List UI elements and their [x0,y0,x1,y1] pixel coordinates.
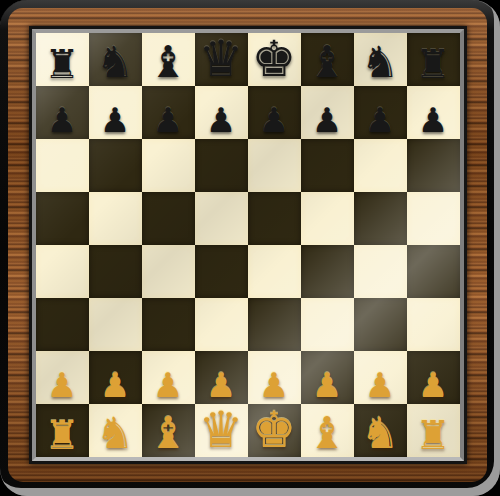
square-c1[interactable]: ♝ [142,404,195,457]
piece-black-pawn[interactable]: ♟ [418,103,448,139]
piece-white-king[interactable]: ♚ [252,405,297,457]
square-c8[interactable]: ♝ [142,33,195,86]
piece-white-pawn[interactable]: ♟ [418,368,448,404]
square-d8[interactable]: ♛ [195,33,248,86]
chessboard-scene: ♜♞♝♛♚♝♞♜♟♟♟♟♟♟♟♟♟♟♟♟♟♟♟♟♜♞♝♛♚♝♞♜ [0,0,500,496]
piece-white-pawn[interactable]: ♟ [259,368,289,404]
piece-black-queen[interactable]: ♛ [199,34,244,86]
square-f3[interactable] [301,298,354,351]
piece-black-pawn[interactable]: ♟ [47,103,77,139]
piece-black-pawn[interactable]: ♟ [206,103,236,139]
piece-white-pawn[interactable]: ♟ [365,368,395,404]
square-b6[interactable] [89,139,142,192]
piece-black-king[interactable]: ♚ [252,34,297,86]
square-b5[interactable] [89,192,142,245]
square-g2[interactable]: ♟ [354,351,407,404]
square-g4[interactable] [354,245,407,298]
square-f6[interactable] [301,139,354,192]
piece-white-pawn[interactable]: ♟ [100,368,130,404]
square-f1[interactable]: ♝ [301,404,354,457]
piece-black-pawn[interactable]: ♟ [365,103,395,139]
square-h2[interactable]: ♟ [407,351,460,404]
board-bevel: ♜♞♝♛♚♝♞♜♟♟♟♟♟♟♟♟♟♟♟♟♟♟♟♟♜♞♝♛♚♝♞♜ [32,29,464,461]
square-e7[interactable]: ♟ [248,86,301,139]
square-h8[interactable]: ♜ [407,33,460,86]
piece-black-rook[interactable]: ♜ [44,44,80,86]
piece-white-pawn[interactable]: ♟ [312,368,342,404]
square-d4[interactable] [195,245,248,298]
square-h3[interactable] [407,298,460,351]
square-b3[interactable] [89,298,142,351]
square-f7[interactable]: ♟ [301,86,354,139]
square-f4[interactable] [301,245,354,298]
wooden-frame: ♜♞♝♛♚♝♞♜♟♟♟♟♟♟♟♟♟♟♟♟♟♟♟♟♜♞♝♛♚♝♞♜ [8,8,487,482]
square-b1[interactable]: ♞ [89,404,142,457]
square-g1[interactable]: ♞ [354,404,407,457]
square-h5[interactable] [407,192,460,245]
square-e1[interactable]: ♚ [248,404,301,457]
square-c5[interactable] [142,192,195,245]
piece-white-knight[interactable]: ♞ [361,412,400,457]
piece-black-pawn[interactable]: ♟ [100,103,130,139]
piece-black-pawn[interactable]: ♟ [259,103,289,139]
board-lip: ♜♞♝♛♚♝♞♜♟♟♟♟♟♟♟♟♟♟♟♟♟♟♟♟♜♞♝♛♚♝♞♜ [29,26,467,464]
square-a7[interactable]: ♟ [36,86,89,139]
square-d2[interactable]: ♟ [195,351,248,404]
piece-white-pawn[interactable]: ♟ [153,368,183,404]
square-a8[interactable]: ♜ [36,33,89,86]
piece-white-pawn[interactable]: ♟ [47,368,77,404]
square-c2[interactable]: ♟ [142,351,195,404]
piece-black-bishop[interactable]: ♝ [307,40,346,86]
square-e5[interactable] [248,192,301,245]
square-c4[interactable] [142,245,195,298]
piece-white-rook[interactable]: ♜ [44,415,80,457]
square-f2[interactable]: ♟ [301,351,354,404]
square-a1[interactable]: ♜ [36,404,89,457]
square-h4[interactable] [407,245,460,298]
square-f5[interactable] [301,192,354,245]
piece-white-knight[interactable]: ♞ [96,412,135,457]
square-d7[interactable]: ♟ [195,86,248,139]
chessboard: ♜♞♝♛♚♝♞♜♟♟♟♟♟♟♟♟♟♟♟♟♟♟♟♟♜♞♝♛♚♝♞♜ [36,33,460,457]
piece-black-pawn[interactable]: ♟ [312,103,342,139]
square-b8[interactable]: ♞ [89,33,142,86]
square-g5[interactable] [354,192,407,245]
piece-white-pawn[interactable]: ♟ [206,368,236,404]
piece-white-rook[interactable]: ♜ [415,415,451,457]
square-a2[interactable]: ♟ [36,351,89,404]
square-c6[interactable] [142,139,195,192]
square-d6[interactable] [195,139,248,192]
square-c3[interactable] [142,298,195,351]
square-d5[interactable] [195,192,248,245]
piece-white-queen[interactable]: ♛ [199,405,244,457]
square-d3[interactable] [195,298,248,351]
square-e3[interactable] [248,298,301,351]
square-f8[interactable]: ♝ [301,33,354,86]
square-g8[interactable]: ♞ [354,33,407,86]
piece-black-bishop[interactable]: ♝ [148,40,187,86]
square-a6[interactable] [36,139,89,192]
square-h1[interactable]: ♜ [407,404,460,457]
square-h7[interactable]: ♟ [407,86,460,139]
square-e2[interactable]: ♟ [248,351,301,404]
square-e4[interactable] [248,245,301,298]
square-a3[interactable] [36,298,89,351]
square-g6[interactable] [354,139,407,192]
square-b7[interactable]: ♟ [89,86,142,139]
square-b4[interactable] [89,245,142,298]
square-b2[interactable]: ♟ [89,351,142,404]
piece-black-rook[interactable]: ♜ [415,44,451,86]
piece-white-bishop[interactable]: ♝ [307,411,346,457]
square-g3[interactable] [354,298,407,351]
square-g7[interactable]: ♟ [354,86,407,139]
square-d1[interactable]: ♛ [195,404,248,457]
square-a5[interactable] [36,192,89,245]
piece-black-knight[interactable]: ♞ [96,41,135,86]
square-h6[interactable] [407,139,460,192]
piece-white-bishop[interactable]: ♝ [148,411,187,457]
square-a4[interactable] [36,245,89,298]
square-e6[interactable] [248,139,301,192]
piece-black-knight[interactable]: ♞ [361,41,400,86]
square-e8[interactable]: ♚ [248,33,301,86]
piece-black-pawn[interactable]: ♟ [153,103,183,139]
board-outer-frame: ♜♞♝♛♚♝♞♜♟♟♟♟♟♟♟♟♟♟♟♟♟♟♟♟♜♞♝♛♚♝♞♜ [0,0,500,496]
square-c7[interactable]: ♟ [142,86,195,139]
